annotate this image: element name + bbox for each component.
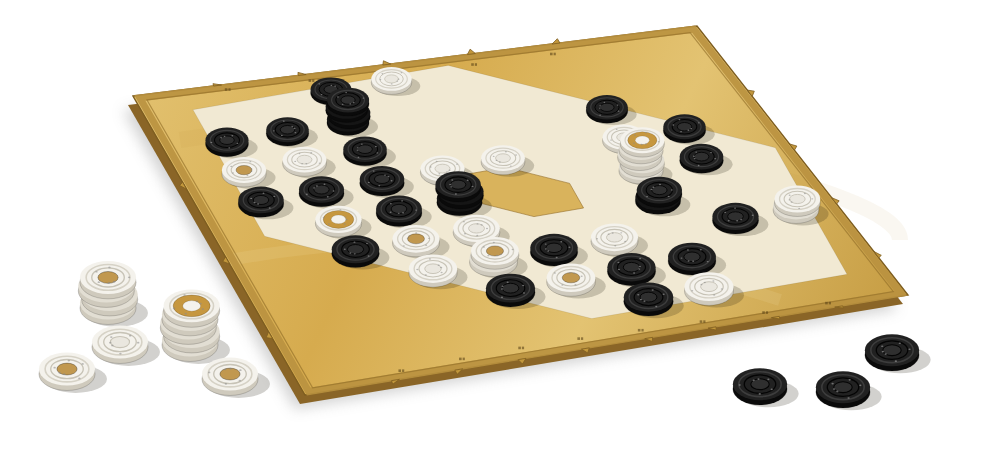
black-reserve-piece-1[interactable]	[733, 368, 799, 407]
black-reserve-piece-3[interactable]	[865, 334, 931, 373]
white-reserve-piece-4[interactable]	[39, 353, 107, 393]
white-reserve-piece-3[interactable]	[92, 326, 160, 366]
white-reserve-piece-1[interactable]	[78, 261, 148, 327]
black-reserve-piece-2[interactable]	[816, 371, 882, 410]
tabletop-scene	[0, 0, 1000, 449]
tzaar-board[interactable]	[0, 0, 1000, 449]
white-reserve-piece-2[interactable]	[160, 289, 230, 363]
white-reserve-piece-5[interactable]	[202, 358, 270, 398]
